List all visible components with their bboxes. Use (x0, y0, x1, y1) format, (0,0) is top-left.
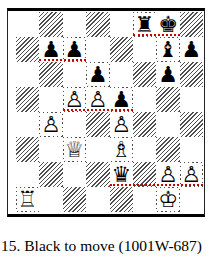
diagram-caption: 15. Black to move (1001W-687) (1, 237, 208, 255)
square-f3 (133, 137, 156, 162)
square-h4 (180, 112, 203, 137)
red-squiggle-e2-h2 (110, 184, 204, 186)
square-a7 (16, 37, 39, 62)
white-pawn-c5: ♙ (64, 88, 86, 111)
square-b2 (39, 162, 62, 187)
square-f5 (133, 87, 156, 112)
square-h7: ♟ (180, 37, 203, 62)
square-c4 (63, 112, 86, 137)
square-d4 (86, 112, 109, 137)
square-f7 (133, 37, 156, 62)
square-f6 (133, 62, 156, 87)
square-h1 (180, 187, 203, 212)
black-rook-f8: ♜ (134, 13, 156, 36)
square-e3: ♗ (110, 137, 133, 162)
black-pawn-c7: ♟ (64, 38, 86, 61)
square-e1 (110, 187, 133, 212)
red-squiggle-f8-g8 (133, 34, 180, 36)
square-g1: ♔ (156, 187, 179, 212)
white-pawn-e4: ♙ (111, 113, 131, 136)
square-b3 (39, 137, 62, 162)
square-c6 (63, 62, 86, 87)
square-a1: ♖ (16, 187, 39, 212)
square-b8 (39, 12, 62, 37)
square-d3 (86, 137, 109, 162)
white-bishop-e3: ♗ (110, 138, 132, 161)
black-pawn-d6: ♟ (87, 63, 109, 86)
white-pawn-b4: ♙ (40, 113, 62, 136)
black-pawn-b7: ♟ (41, 38, 61, 61)
square-h6 (180, 62, 203, 87)
red-squiggle-b7-c7 (39, 59, 86, 61)
square-a5 (16, 87, 39, 112)
square-d7 (86, 37, 109, 62)
square-b6 (39, 62, 62, 87)
black-bishop-g7: ♝ (157, 38, 179, 61)
square-c2 (63, 162, 86, 187)
white-pawn-h2: ♙ (181, 163, 203, 186)
chess-board-frame: ♜♚♟♟♝♟♟♟♙♙♟♙♙♕♗♛♙♙♖♔ (7, 8, 205, 217)
square-a2 (16, 162, 39, 187)
square-d1 (86, 187, 109, 212)
square-d6: ♟ (86, 62, 109, 87)
square-a4 (16, 112, 39, 137)
square-e7 (110, 37, 133, 62)
chess-board: ♜♚♟♟♝♟♟♟♙♙♟♙♙♕♗♛♙♙♖♔ (16, 12, 204, 212)
black-king-g8: ♚ (158, 13, 178, 36)
square-h8 (180, 12, 203, 37)
square-c3: ♕ (63, 137, 86, 162)
square-f1 (133, 187, 156, 212)
square-c1 (63, 187, 86, 212)
square-d2 (86, 162, 109, 187)
square-h5 (180, 87, 203, 112)
square-a6 (16, 62, 39, 87)
black-pawn-g6: ♟ (158, 63, 178, 86)
square-g4 (156, 112, 179, 137)
black-queen-e2: ♛ (111, 163, 131, 186)
square-a8 (16, 12, 39, 37)
white-pawn-g2: ♙ (158, 163, 178, 186)
square-g3 (156, 137, 179, 162)
square-a3 (16, 137, 39, 162)
black-pawn-e5: ♟ (110, 88, 132, 111)
page: ♜♚♟♟♝♟♟♟♙♙♟♙♙♕♗♛♙♙♖♔ 15. Black to move (… (0, 0, 209, 260)
square-b4: ♙ (39, 112, 62, 137)
square-e8 (110, 12, 133, 37)
square-c8 (63, 12, 86, 37)
square-h3 (180, 137, 203, 162)
red-squiggle-c5-e5 (63, 109, 133, 111)
square-e4: ♙ (110, 112, 133, 137)
black-pawn-h7: ♟ (182, 38, 202, 61)
square-g5 (156, 87, 179, 112)
square-d8 (86, 12, 109, 37)
square-g7: ♝ (156, 37, 179, 62)
square-b5 (39, 87, 62, 112)
square-f4 (133, 112, 156, 137)
square-g6: ♟ (156, 62, 179, 87)
square-b1 (39, 187, 62, 212)
white-rook-a1: ♖ (17, 188, 39, 211)
white-pawn-d5: ♙ (88, 88, 108, 111)
white-queen-c3: ♕ (64, 138, 86, 161)
white-king-g1: ♔ (157, 188, 179, 211)
square-e6 (110, 62, 133, 87)
